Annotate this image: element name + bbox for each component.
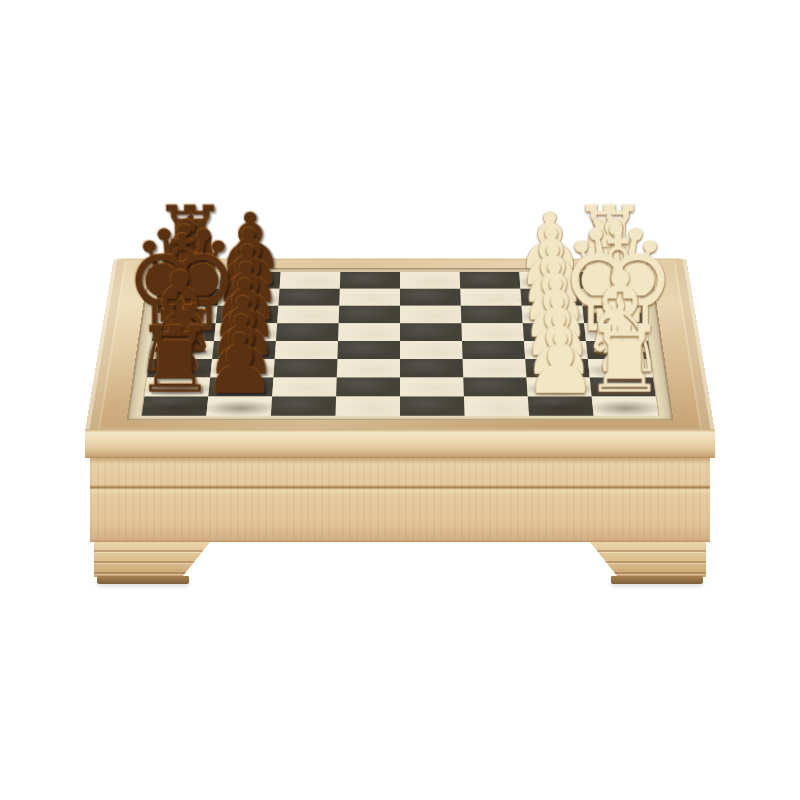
square: [400, 396, 465, 415]
box-foot-pad-right: [611, 576, 703, 584]
square: ♛: [152, 323, 216, 341]
square: [337, 341, 400, 359]
square: ♞: [581, 289, 644, 306]
square: [463, 359, 527, 377]
chess-piece-light-rook: ♜: [550, 195, 670, 280]
square: ♝: [588, 359, 653, 377]
square: [464, 396, 529, 415]
square: [340, 272, 400, 289]
square: [275, 341, 338, 359]
square: ♞: [590, 378, 656, 397]
square: [335, 396, 400, 415]
square: ♟: [216, 306, 279, 323]
square: [400, 306, 461, 323]
chess-set-product-photo: ♜♟♟♜♞♟♟♞♝♟♟♝♛♟♟♛♚♟♟♚♝♟♟♝♞♟♟♞♜♟♟♜: [0, 0, 800, 800]
square: [280, 272, 341, 289]
square: [400, 341, 463, 359]
board-3d-scene: ♜♟♟♜♞♟♟♞♝♟♟♝♛♟♟♛♚♟♟♚♝♟♟♝♞♟♟♞♜♟♟♜: [0, 0, 800, 800]
square: ♛: [584, 323, 648, 341]
chess-piece-dark-rook: ♜: [130, 195, 250, 280]
square: [271, 396, 336, 415]
square: ♜: [579, 272, 641, 289]
square: ♟: [219, 272, 280, 289]
box-front-panel: [90, 458, 710, 542]
square: ♟: [208, 378, 273, 397]
square: [461, 306, 523, 323]
square: ♜: [592, 396, 659, 415]
square: [339, 306, 400, 323]
square: [273, 359, 337, 377]
chess-piece-dark-pawn: ♟: [190, 203, 310, 280]
square: [400, 272, 460, 289]
square: [400, 378, 464, 397]
square: [400, 359, 463, 377]
square: [339, 289, 400, 306]
square: ♟: [524, 341, 588, 359]
square: [462, 341, 525, 359]
square: ♟: [206, 396, 272, 415]
square: [272, 378, 337, 397]
box-foot-pad-left: [97, 576, 189, 584]
square: [400, 323, 462, 341]
square: ♝: [582, 306, 645, 323]
square: ♟: [522, 306, 585, 323]
square: [276, 323, 339, 341]
chess-board: ♜♟♟♜♞♟♟♞♝♟♟♝♛♟♟♛♚♟♟♚♝♟♟♝♞♟♟♞♜♟♟♜: [85, 258, 715, 432]
square: [277, 306, 339, 323]
chess-piece-light-pawn: ♟: [490, 203, 610, 280]
chess-board-grid: ♜♟♟♜♞♟♟♞♝♟♟♝♛♟♟♛♚♟♟♚♝♟♟♝♞♟♟♞♜♟♟♜: [142, 272, 658, 416]
square: ♟: [218, 289, 280, 306]
square: ♟: [525, 359, 590, 377]
square: ♟: [210, 359, 275, 377]
square: ♚: [586, 341, 650, 359]
square: ♟: [212, 341, 276, 359]
square: [336, 378, 400, 397]
square: [338, 323, 400, 341]
box-frame-front-edge: [85, 429, 715, 458]
square: [400, 289, 461, 306]
square: [337, 359, 400, 377]
board-recessed-surface: ♜♟♟♜♞♟♟♞♝♟♟♝♛♟♟♛♚♟♟♚♝♟♟♝♞♟♟♞♜♟♟♜: [127, 268, 674, 420]
square: [278, 289, 339, 306]
square: ♟: [214, 323, 277, 341]
